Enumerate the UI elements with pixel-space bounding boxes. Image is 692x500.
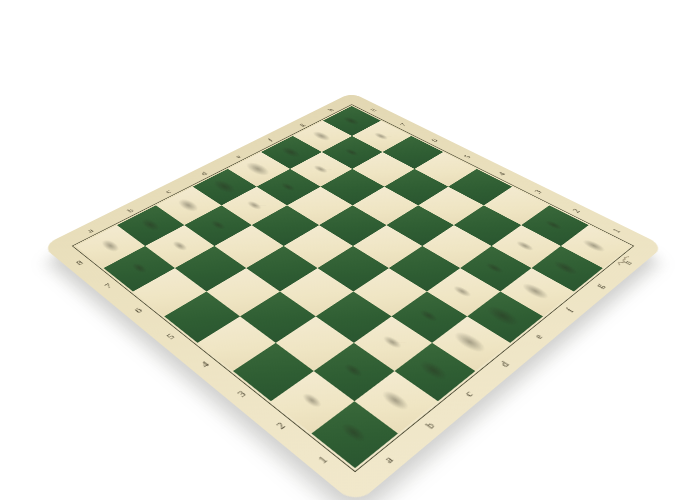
pieces-layer: ♜♞♝♛♚♝♞♜♟♟♟♟♟♟♟♟♟♟♟♟♟♟♟♟♜♞♝♛♚♝♞♜ (77, 106, 630, 467)
white-rook-glyph: ♜ (327, 377, 383, 439)
photo-canvas: 87654321 87654321 hgfedcba hgfedcba ♜♞♝♛… (0, 0, 692, 500)
chess-board: 87654321 87654321 hgfedcba hgfedcba ♜♞♝♛… (42, 92, 664, 500)
black-pawn-glyph: ♟ (336, 121, 367, 156)
board-mat: 87654321 87654321 hgfedcba hgfedcba ♜♞♝♛… (42, 92, 664, 500)
scene: 87654321 87654321 hgfedcba hgfedcba ♜♞♝♛… (0, 0, 692, 500)
black-pawn-glyph: ♟ (305, 137, 337, 173)
black-pawn-glyph: ♟ (201, 190, 236, 229)
black-pawn-glyph: ♟ (272, 154, 305, 191)
black-pawn-glyph: ♟ (162, 210, 198, 250)
black-pawn-glyph: ♟ (238, 171, 272, 209)
black-pawn-glyph: ♟ (121, 231, 158, 272)
